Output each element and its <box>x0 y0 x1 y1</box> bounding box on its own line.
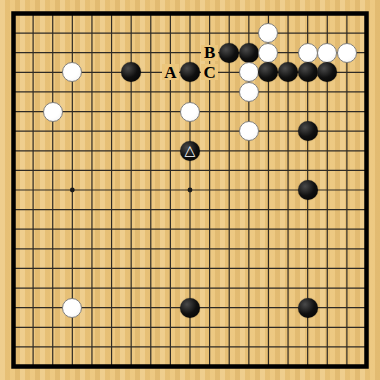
white-stone[interactable] <box>180 102 200 122</box>
black-stone[interactable] <box>298 180 318 200</box>
black-stone[interactable] <box>298 62 318 82</box>
point-label-c[interactable]: C <box>201 64 218 80</box>
black-stone[interactable] <box>298 298 318 318</box>
marked-black-stone[interactable]: △ <box>180 141 200 161</box>
black-stone[interactable] <box>180 298 200 318</box>
white-stone[interactable] <box>239 121 259 141</box>
black-stone[interactable] <box>298 121 318 141</box>
go-board[interactable]: △ABC <box>0 0 380 380</box>
star-point <box>188 188 193 193</box>
triangle-mark-icon: △ <box>185 143 196 157</box>
white-stone[interactable] <box>317 43 337 63</box>
point-label-a[interactable]: A <box>162 64 179 80</box>
black-stone[interactable] <box>219 43 239 63</box>
black-stone[interactable] <box>239 43 259 63</box>
white-stone[interactable] <box>62 298 82 318</box>
point-label-b[interactable]: B <box>201 45 218 61</box>
white-stone[interactable] <box>43 102 63 122</box>
white-stone[interactable] <box>298 43 318 63</box>
white-stone[interactable] <box>239 82 259 102</box>
star-point <box>70 188 75 193</box>
white-stone[interactable] <box>337 43 357 63</box>
